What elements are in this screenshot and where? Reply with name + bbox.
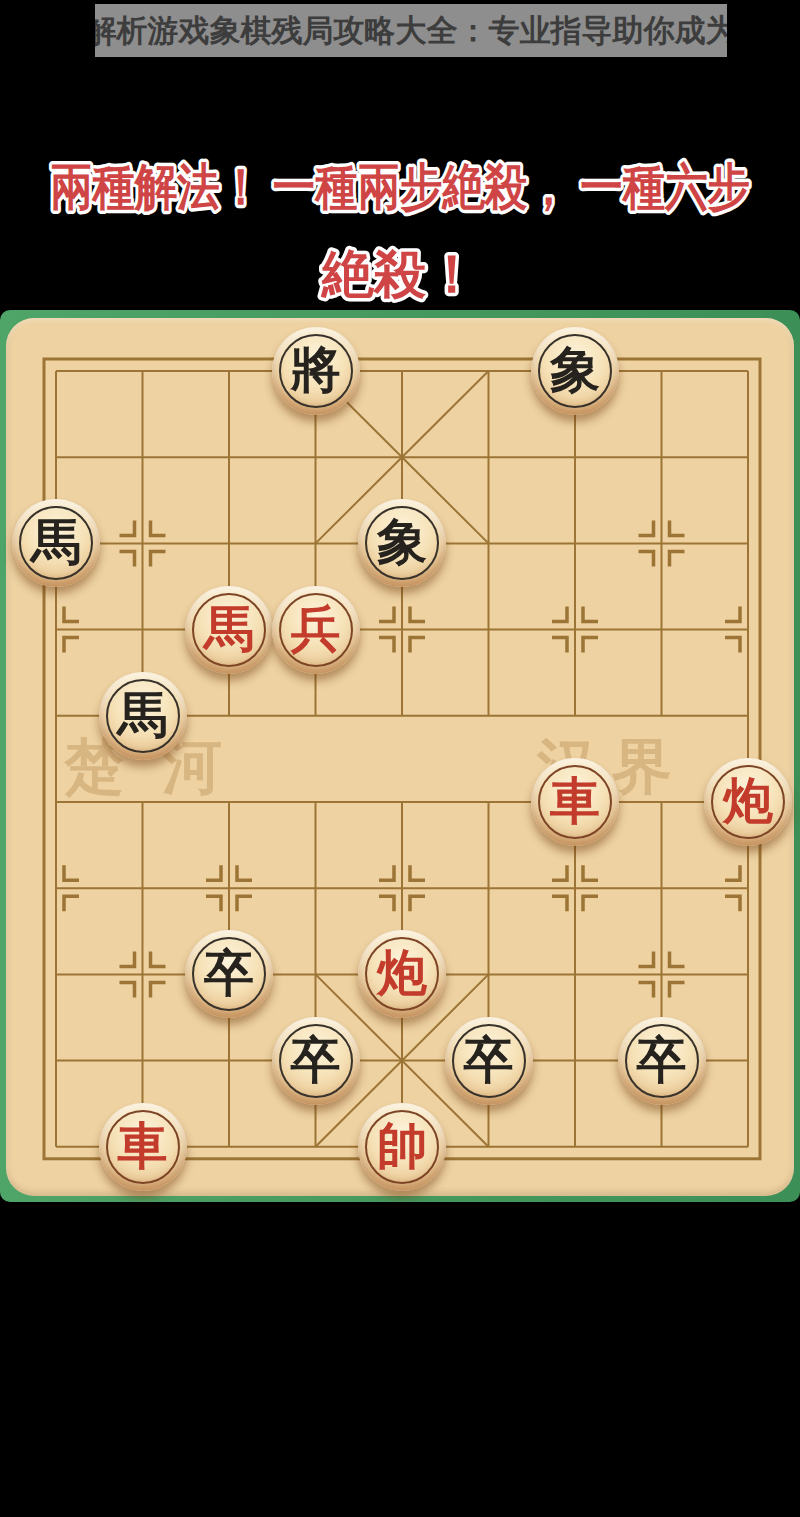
piece-glyph: 炮 [377,948,427,998]
piece-red-cannon[interactable]: 炮 [358,930,446,1018]
piece-glyph: 車 [118,1121,168,1171]
piece-glyph: 卒 [464,1035,514,1085]
piece-red-chariot[interactable]: 車 [531,758,619,846]
piece-red-horse[interactable]: 馬 [185,586,273,674]
piece-red-soldier[interactable]: 兵 [272,586,360,674]
piece-red-chariot[interactable]: 車 [99,1103,187,1191]
piece-glyph: 將 [291,345,341,395]
piece-black-horse[interactable]: 馬 [99,672,187,760]
piece-glyph: 兵 [291,604,341,654]
video-title-text: 全面解析游戏象棋残局攻略大全：专业指导助你成为高手 [95,10,727,52]
piece-glyph: 馬 [204,604,254,654]
piece-glyph: 卒 [204,948,254,998]
headline-line2: 絶殺！ [320,246,478,303]
xiangqi-board[interactable]: 楚河汉界 將象馬象馬兵馬車炮卒炮卒卒卒車帥 [0,310,800,1202]
headline-line1: 兩種解法！ 一種兩步絶殺， 一種六步 [50,159,750,215]
piece-glyph: 車 [550,776,600,826]
piece-glyph: 卒 [637,1035,687,1085]
piece-glyph: 卒 [291,1035,341,1085]
piece-black-soldier[interactable]: 卒 [618,1017,706,1105]
piece-red-general[interactable]: 帥 [358,1103,446,1191]
piece-black-horse[interactable]: 馬 [12,499,100,587]
video-title-bar: 全面解析游戏象棋残局攻略大全：专业指导助你成为高手 [95,4,727,57]
piece-black-soldier[interactable]: 卒 [445,1017,533,1105]
piece-black-general[interactable]: 將 [272,327,360,415]
piece-glyph: 炮 [723,776,773,826]
piece-black-soldier[interactable]: 卒 [272,1017,360,1105]
piece-black-elephant[interactable]: 象 [358,499,446,587]
piece-glyph: 象 [377,517,427,567]
piece-glyph: 馬 [118,690,168,740]
piece-red-cannon[interactable]: 炮 [704,758,792,846]
piece-black-elephant[interactable]: 象 [531,327,619,415]
piece-black-soldier[interactable]: 卒 [185,930,273,1018]
piece-glyph: 帥 [377,1121,427,1171]
piece-glyph: 馬 [31,517,81,567]
headline: 兩種解法！ 一種兩步絶殺， 一種六步 絶殺！ [0,142,800,317]
piece-glyph: 象 [550,345,600,395]
